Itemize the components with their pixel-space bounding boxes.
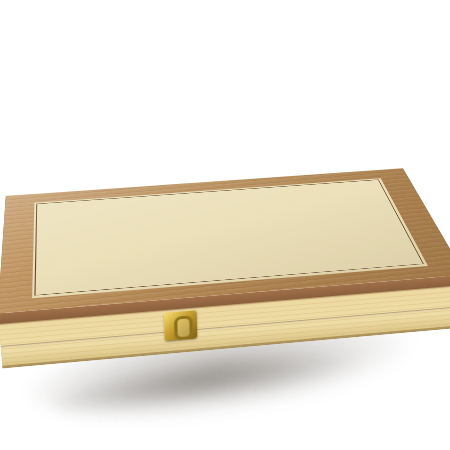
product-photo-chess-box [0, 0, 450, 450]
brass-latch-icon [164, 310, 197, 341]
wooden-chess-box [0, 168, 450, 313]
latch-hook [174, 315, 193, 340]
